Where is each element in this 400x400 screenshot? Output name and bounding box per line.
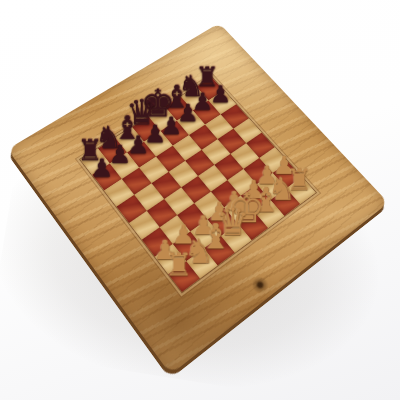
square-a1[interactable]: ♜ [168, 261, 200, 292]
piece-black-pawn[interactable]: ♟ [80, 155, 125, 180]
perspective-scene: ♜♞♝♚♛♝♞♜♟♟♟♟♟♟♟♟♟♟♟♟♟♟♟♟♜♞♝♚♛♝♞♜ [0, 0, 400, 400]
product-photo-scene: ♜♞♝♚♛♝♞♜♟♟♟♟♟♟♟♟♟♟♟♟♟♟♟♟♜♞♝♚♛♝♞♜ [0, 0, 400, 400]
chessboard: ♜♞♝♚♛♝♞♜♟♟♟♟♟♟♟♟♟♟♟♟♟♟♟♟♜♞♝♚♛♝♞♜ [8, 23, 389, 374]
piece-white-rook[interactable]: ♜ [155, 249, 202, 280]
square-c6[interactable] [139, 157, 168, 184]
playing-area: ♜♞♝♚♛♝♞♜♟♟♟♟♟♟♟♟♟♟♟♟♟♟♟♟♜♞♝♚♛♝♞♜ [80, 77, 315, 292]
board-frame: ♜♞♝♚♛♝♞♜♟♟♟♟♟♟♟♟♟♟♟♟♟♟♟♟♜♞♝♚♛♝♞♜ [8, 23, 389, 374]
square-a7[interactable]: ♟ [92, 164, 122, 191]
